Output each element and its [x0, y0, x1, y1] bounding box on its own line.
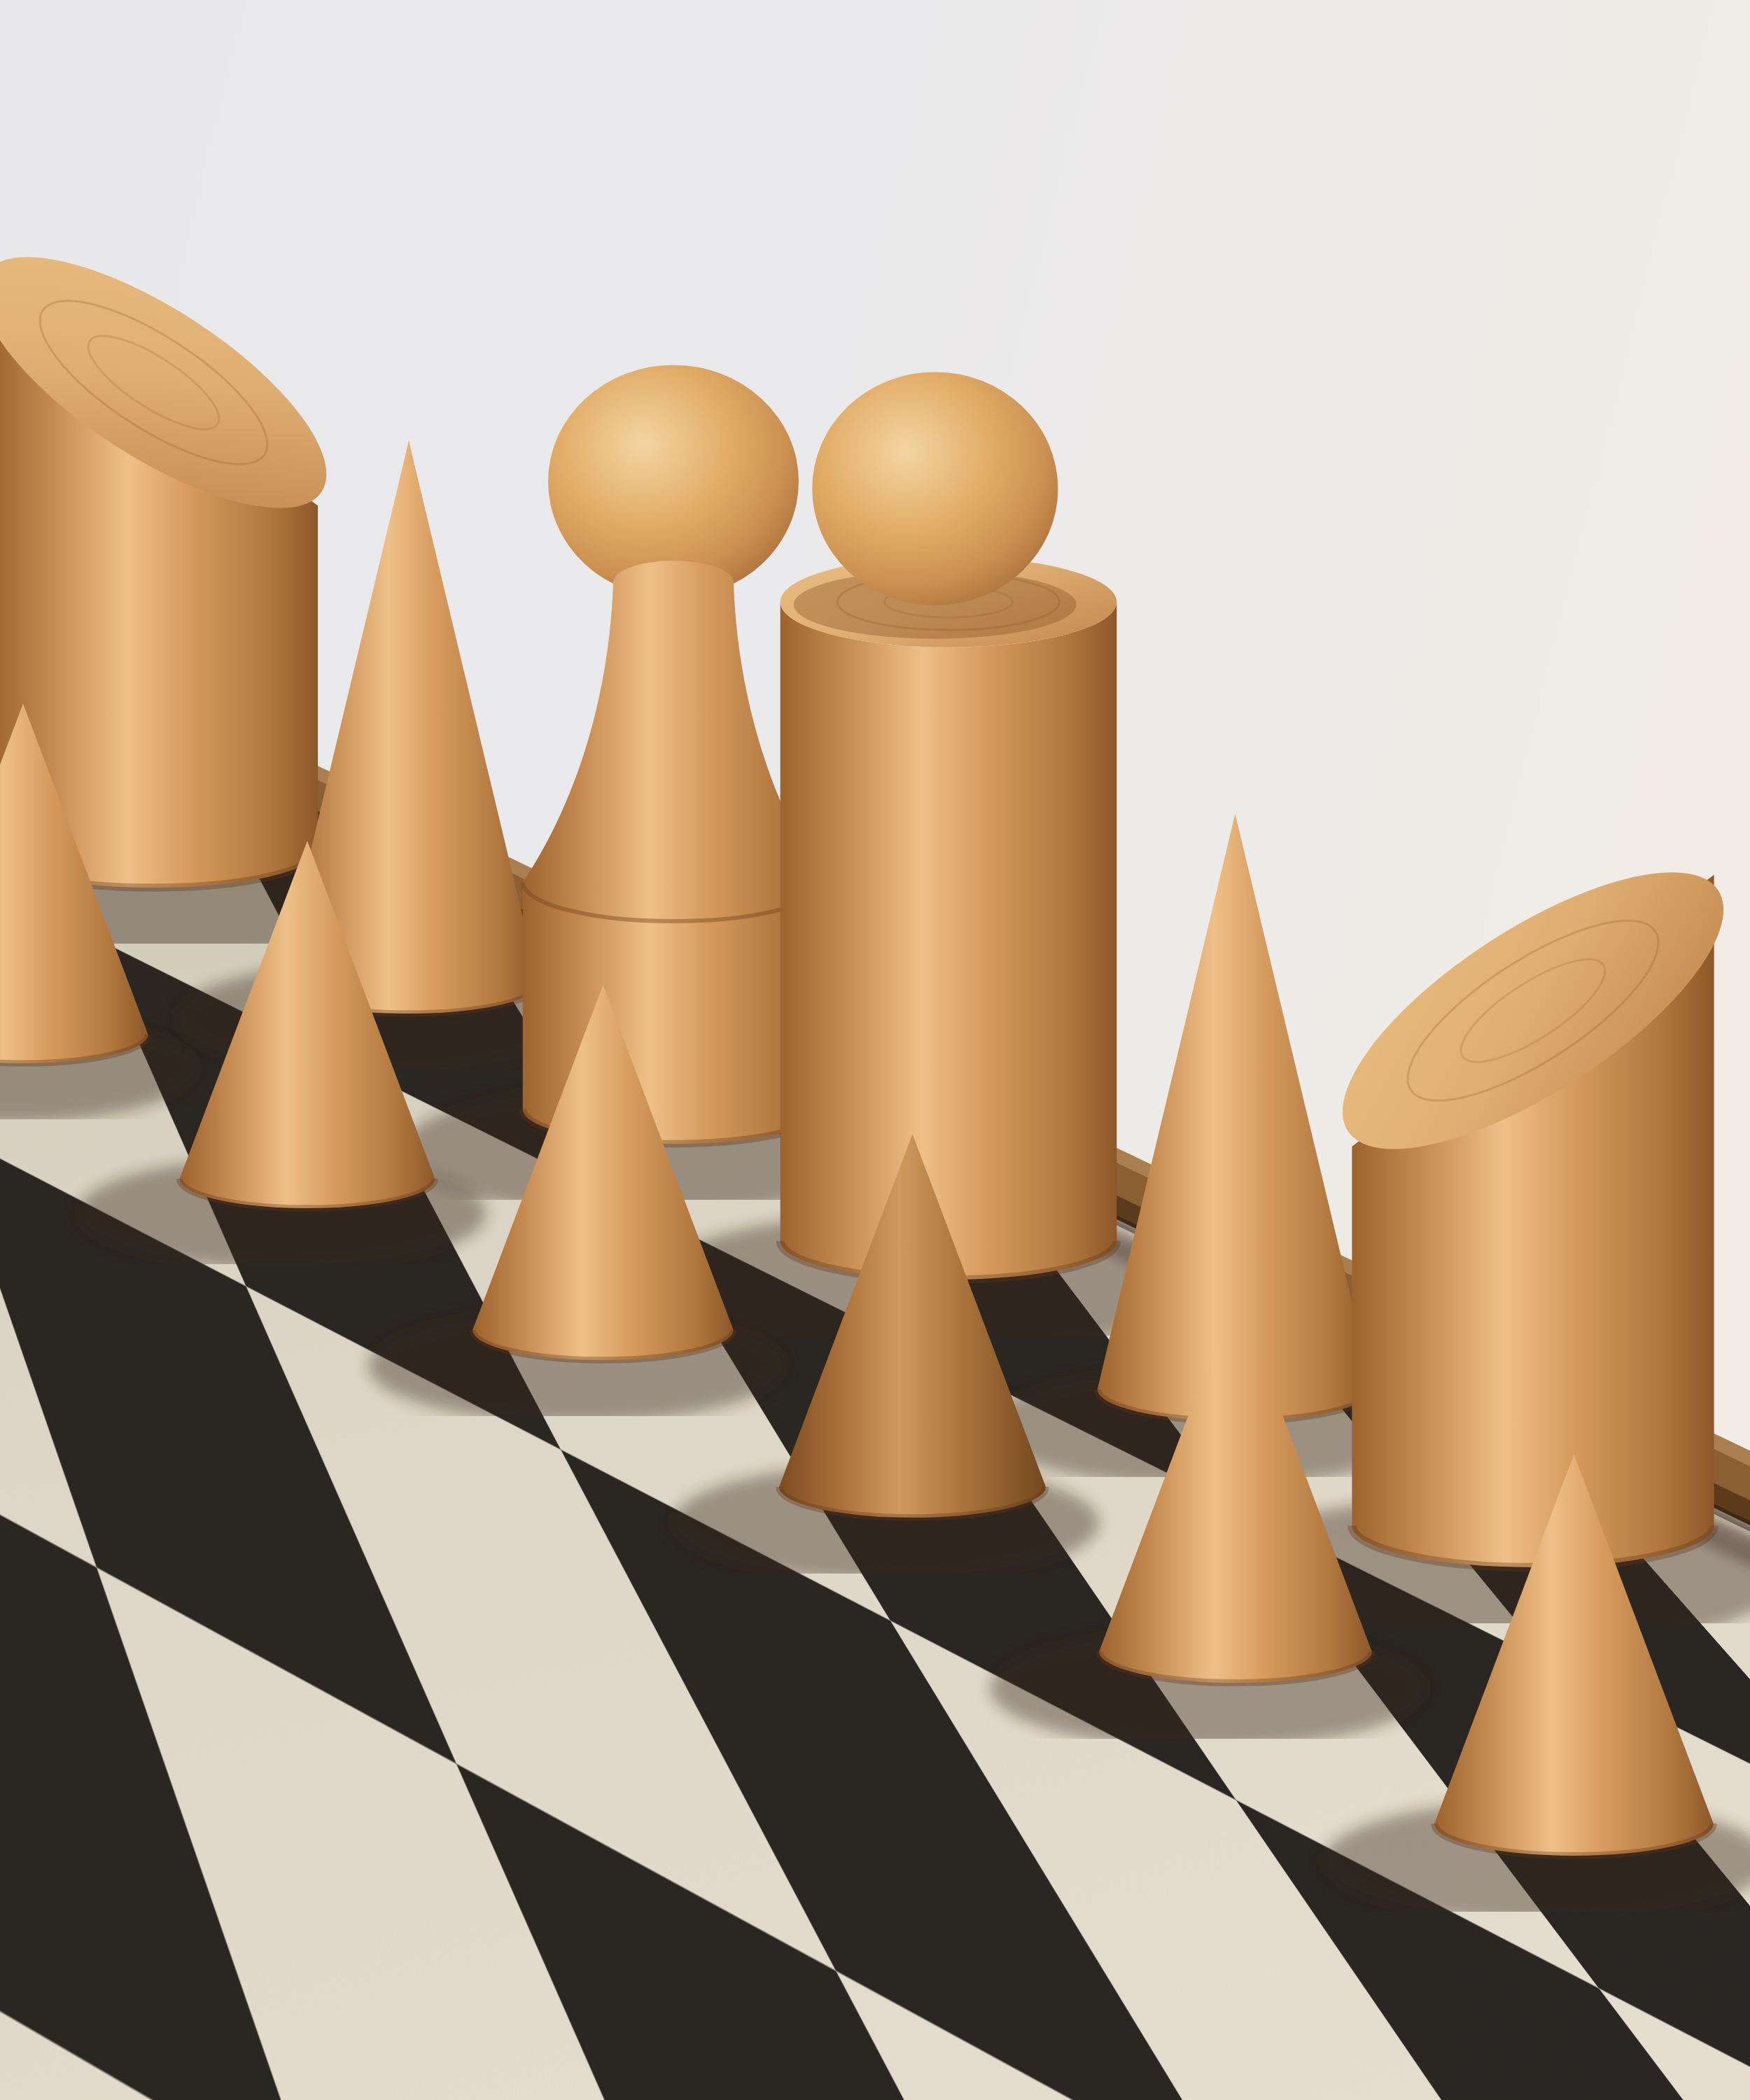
piece-white-pawn-a2	[0, 640, 323, 1119]
piece-white-knight-g1	[1098, 728, 1750, 1623]
piece-white-pawn-d2	[592, 1071, 1233, 1574]
piece-white-pawn-f2	[1239, 1391, 1750, 1912]
piece-white-king-e1	[545, 286, 1352, 1336]
piece-white-rook-a1	[0, 194, 225, 822]
piece-white-bishop-f1	[904, 750, 1566, 1477]
piece-white-pawn-b2	[1, 778, 614, 1264]
piece-white-bishop-c1	[97, 377, 721, 1070]
photo-stage	[0, 0, 1750, 2100]
piece-white-knight-b1	[0, 120, 548, 944]
piece-white-pawn-e2	[908, 1227, 1563, 1739]
piece-white-queen-d1	[311, 280, 1035, 1200]
piece-white-pawn-c2	[290, 921, 916, 1416]
pieces-layer	[0, 0, 1750, 2100]
